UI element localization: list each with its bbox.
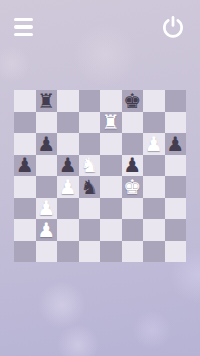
square-c4[interactable]: ♟	[57, 176, 79, 198]
square-c3[interactable]	[57, 198, 79, 220]
top-bar	[0, 0, 200, 52]
square-f6[interactable]	[122, 133, 144, 155]
square-b4[interactable]	[36, 176, 58, 198]
piece-black-king[interactable]: ♚	[123, 91, 141, 111]
power-icon[interactable]	[160, 14, 186, 40]
square-g4[interactable]	[143, 176, 165, 198]
square-f5[interactable]: ♟	[122, 155, 144, 177]
square-h5[interactable]	[165, 155, 187, 177]
square-g5[interactable]	[143, 155, 165, 177]
square-d2[interactable]	[79, 219, 101, 241]
square-c7[interactable]	[57, 112, 79, 134]
square-g3[interactable]	[143, 198, 165, 220]
square-d4[interactable]: ♞	[79, 176, 101, 198]
square-h4[interactable]	[165, 176, 187, 198]
square-a3[interactable]	[14, 198, 36, 220]
square-d6[interactable]	[79, 133, 101, 155]
square-e5[interactable]	[100, 155, 122, 177]
piece-white-pawn[interactable]: ♟	[145, 134, 163, 154]
menu-bar	[14, 18, 33, 22]
square-a6[interactable]	[14, 133, 36, 155]
piece-white-king[interactable]: ♚	[123, 177, 141, 197]
square-h2[interactable]	[165, 219, 187, 241]
square-b1[interactable]	[36, 241, 58, 263]
square-d5[interactable]: ♞	[79, 155, 101, 177]
square-g7[interactable]	[143, 112, 165, 134]
piece-white-pawn[interactable]: ♟	[59, 177, 77, 197]
square-e4[interactable]	[100, 176, 122, 198]
piece-white-rook[interactable]: ♜	[102, 112, 120, 132]
square-f8[interactable]: ♚	[122, 90, 144, 112]
square-e6[interactable]	[100, 133, 122, 155]
square-a7[interactable]	[14, 112, 36, 134]
square-a5[interactable]: ♟	[14, 155, 36, 177]
square-h1[interactable]	[165, 241, 187, 263]
square-f1[interactable]	[122, 241, 144, 263]
square-h6[interactable]: ♟	[165, 133, 187, 155]
square-c2[interactable]	[57, 219, 79, 241]
square-f4[interactable]: ♚	[122, 176, 144, 198]
square-a4[interactable]	[14, 176, 36, 198]
square-h8[interactable]	[165, 90, 187, 112]
square-e1[interactable]	[100, 241, 122, 263]
square-d3[interactable]	[79, 198, 101, 220]
square-d1[interactable]	[79, 241, 101, 263]
square-b7[interactable]	[36, 112, 58, 134]
piece-black-pawn[interactable]: ♟	[123, 155, 141, 175]
piece-black-pawn[interactable]: ♟	[16, 155, 34, 175]
piece-black-rook[interactable]: ♜	[37, 91, 55, 111]
square-a2[interactable]	[14, 219, 36, 241]
square-d8[interactable]	[79, 90, 101, 112]
piece-white-knight[interactable]: ♞	[80, 155, 98, 175]
square-b2[interactable]: ♟	[36, 219, 58, 241]
square-f7[interactable]	[122, 112, 144, 134]
menu-bar	[14, 33, 33, 37]
square-g6[interactable]: ♟	[143, 133, 165, 155]
square-b6[interactable]: ♟	[36, 133, 58, 155]
square-e2[interactable]	[100, 219, 122, 241]
square-f2[interactable]	[122, 219, 144, 241]
square-a1[interactable]	[14, 241, 36, 263]
chess-board: ♜♚♜♟♟♟♟♟♞♟♟♞♚♟♟	[14, 90, 186, 262]
piece-black-pawn[interactable]: ♟	[59, 155, 77, 175]
hamburger-menu-icon[interactable]	[14, 16, 36, 38]
square-b3[interactable]: ♟	[36, 198, 58, 220]
square-b8[interactable]: ♜	[36, 90, 58, 112]
piece-white-pawn[interactable]: ♟	[37, 198, 55, 218]
square-c1[interactable]	[57, 241, 79, 263]
square-e7[interactable]: ♜	[100, 112, 122, 134]
square-g8[interactable]	[143, 90, 165, 112]
square-a8[interactable]	[14, 90, 36, 112]
piece-black-knight[interactable]: ♞	[80, 177, 98, 197]
square-c8[interactable]	[57, 90, 79, 112]
square-h3[interactable]	[165, 198, 187, 220]
piece-black-pawn[interactable]: ♟	[166, 134, 184, 154]
square-f3[interactable]	[122, 198, 144, 220]
piece-black-pawn[interactable]: ♟	[37, 134, 55, 154]
menu-bar	[14, 25, 33, 29]
square-e8[interactable]	[100, 90, 122, 112]
square-c5[interactable]: ♟	[57, 155, 79, 177]
square-c6[interactable]	[57, 133, 79, 155]
square-h7[interactable]	[165, 112, 187, 134]
app-screen: ♜♚♜♟♟♟♟♟♞♟♟♞♚♟♟	[0, 0, 200, 356]
piece-white-pawn[interactable]: ♟	[37, 220, 55, 240]
square-g1[interactable]	[143, 241, 165, 263]
square-e3[interactable]	[100, 198, 122, 220]
square-d7[interactable]	[79, 112, 101, 134]
square-b5[interactable]	[36, 155, 58, 177]
square-g2[interactable]	[143, 219, 165, 241]
